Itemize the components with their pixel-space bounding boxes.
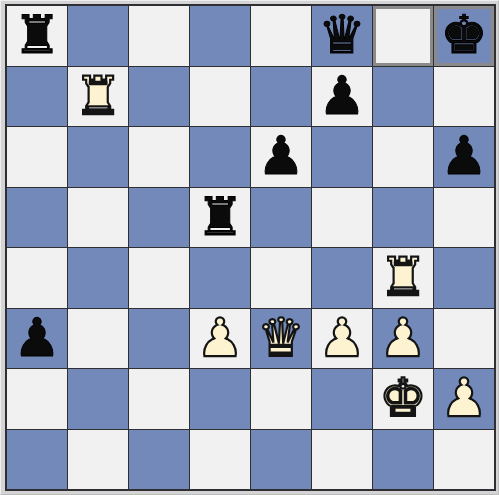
square-h5[interactable] [434,188,494,248]
square-c1[interactable] [129,430,189,490]
square-f5[interactable] [312,188,372,248]
black-pawn[interactable]: ♟ [257,129,305,182]
square-f4[interactable] [312,248,372,308]
square-g5[interactable] [373,188,433,248]
square-a6[interactable] [7,127,67,187]
square-d2[interactable] [190,369,250,429]
square-b2[interactable] [68,369,128,429]
square-d6[interactable] [190,127,250,187]
square-f6[interactable] [312,127,372,187]
square-g8[interactable] [373,6,433,66]
square-b4[interactable] [68,248,128,308]
square-h2[interactable]: ♟ [434,369,494,429]
square-f3[interactable]: ♟ [312,309,372,369]
square-b8[interactable] [68,6,128,66]
square-d4[interactable] [190,248,250,308]
square-a3[interactable]: ♟ [7,309,67,369]
square-b6[interactable] [68,127,128,187]
square-c3[interactable] [129,309,189,369]
white-rook[interactable]: ♜ [74,69,122,122]
black-pawn[interactable]: ♟ [13,311,61,364]
white-king[interactable]: ♚ [379,371,427,424]
square-b1[interactable] [68,430,128,490]
square-a1[interactable] [7,430,67,490]
black-rook[interactable]: ♜ [13,8,61,61]
square-b3[interactable] [68,309,128,369]
square-g4[interactable]: ♜ [373,248,433,308]
white-pawn[interactable]: ♟ [196,311,244,364]
square-h7[interactable] [434,67,494,127]
square-h6[interactable]: ♟ [434,127,494,187]
square-e6[interactable]: ♟ [251,127,311,187]
square-a8[interactable]: ♜ [7,6,67,66]
black-rook[interactable]: ♜ [196,190,244,243]
square-d7[interactable] [190,67,250,127]
black-queen[interactable]: ♛ [318,8,366,61]
square-f7[interactable]: ♟ [312,67,372,127]
square-f2[interactable] [312,369,372,429]
square-g6[interactable] [373,127,433,187]
square-a4[interactable] [7,248,67,308]
square-b7[interactable]: ♜ [68,67,128,127]
square-g3[interactable]: ♟ [373,309,433,369]
square-h8[interactable]: ♚ [434,6,494,66]
board-background: ♜♛♚♜♟♟♟♜♜♟♟♛♟♟♚♟ [0,0,499,495]
square-e8[interactable] [251,6,311,66]
square-d1[interactable] [190,430,250,490]
square-a5[interactable] [7,188,67,248]
square-d5[interactable]: ♜ [190,188,250,248]
square-c6[interactable] [129,127,189,187]
black-pawn[interactable]: ♟ [318,69,366,122]
square-b5[interactable] [68,188,128,248]
square-f1[interactable] [312,430,372,490]
square-e7[interactable] [251,67,311,127]
white-rook[interactable]: ♜ [379,250,427,303]
square-e3[interactable]: ♛ [251,309,311,369]
square-a2[interactable] [7,369,67,429]
white-pawn[interactable]: ♟ [318,311,366,364]
chess-board: ♜♛♚♜♟♟♟♜♜♟♟♛♟♟♚♟ [5,4,496,491]
square-h1[interactable] [434,430,494,490]
square-g1[interactable] [373,430,433,490]
square-d3[interactable]: ♟ [190,309,250,369]
square-e4[interactable] [251,248,311,308]
square-c8[interactable] [129,6,189,66]
white-pawn[interactable]: ♟ [379,311,427,364]
square-e1[interactable] [251,430,311,490]
square-c2[interactable] [129,369,189,429]
square-f8[interactable]: ♛ [312,6,372,66]
square-e5[interactable] [251,188,311,248]
square-c7[interactable] [129,67,189,127]
white-pawn[interactable]: ♟ [440,371,488,424]
square-a7[interactable] [7,67,67,127]
square-c5[interactable] [129,188,189,248]
square-e2[interactable] [251,369,311,429]
square-g2[interactable]: ♚ [373,369,433,429]
square-d8[interactable] [190,6,250,66]
white-queen[interactable]: ♛ [257,311,305,364]
black-king[interactable]: ♚ [440,8,488,61]
square-g7[interactable] [373,67,433,127]
black-pawn[interactable]: ♟ [440,129,488,182]
square-c4[interactable] [129,248,189,308]
square-h3[interactable] [434,309,494,369]
square-h4[interactable] [434,248,494,308]
